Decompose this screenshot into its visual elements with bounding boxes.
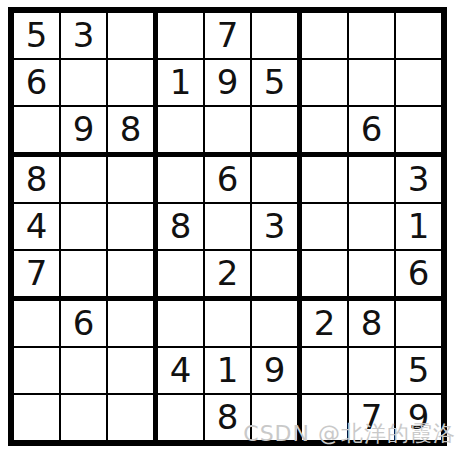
cell-r8c4[interactable]: 4 (158, 348, 205, 395)
cell-r5c7[interactable] (302, 204, 349, 251)
cell-r3c9[interactable] (396, 107, 441, 157)
cell-r3c6[interactable] (252, 107, 302, 157)
cell-r4c2[interactable] (61, 157, 108, 204)
cell-r5c2[interactable] (61, 204, 108, 251)
cell-r2c6[interactable]: 5 (252, 60, 302, 107)
cell-r1c8[interactable] (349, 13, 396, 60)
cell-r2c8[interactable] (349, 60, 396, 107)
cell-r4c6[interactable] (252, 157, 302, 204)
cell-r6c5[interactable]: 2 (205, 251, 252, 301)
cell-r5c1[interactable]: 4 (14, 204, 61, 251)
cell-r5c9[interactable]: 1 (396, 204, 441, 251)
cell-r5c4[interactable]: 8 (158, 204, 205, 251)
cell-r6c9[interactable]: 6 (396, 251, 441, 301)
cell-r6c1[interactable]: 7 (14, 251, 61, 301)
cell-r8c7[interactable] (302, 348, 349, 395)
board-row: 726 (14, 251, 441, 301)
cell-r7c3[interactable] (108, 301, 158, 348)
board-row: 4831 (14, 204, 441, 251)
cell-r3c1[interactable] (14, 107, 61, 157)
sudoku-board: 537619598686348317266284195879 (8, 7, 447, 446)
cell-r1c7[interactable] (302, 13, 349, 60)
cell-r4c7[interactable] (302, 157, 349, 204)
cell-r1c2[interactable]: 3 (61, 13, 108, 60)
cell-r4c4[interactable] (158, 157, 205, 204)
cell-r3c2[interactable]: 9 (61, 107, 108, 157)
cell-r7c8[interactable]: 8 (349, 301, 396, 348)
cell-r7c4[interactable] (158, 301, 205, 348)
cell-r6c4[interactable] (158, 251, 205, 301)
board-row: 863 (14, 157, 441, 204)
cell-r8c8[interactable] (349, 348, 396, 395)
cell-r8c6[interactable]: 9 (252, 348, 302, 395)
cell-r5c3[interactable] (108, 204, 158, 251)
cell-r3c4[interactable] (158, 107, 205, 157)
cell-r5c6[interactable]: 3 (252, 204, 302, 251)
cell-r1c6[interactable] (252, 13, 302, 60)
cell-r7c9[interactable] (396, 301, 441, 348)
board-row: 6195 (14, 60, 441, 107)
cell-r1c9[interactable] (396, 13, 441, 60)
cell-r7c7[interactable]: 2 (302, 301, 349, 348)
cell-r5c5[interactable] (205, 204, 252, 251)
cell-r4c3[interactable] (108, 157, 158, 204)
cell-r9c2[interactable] (61, 395, 108, 440)
cell-r6c6[interactable] (252, 251, 302, 301)
cell-r2c3[interactable] (108, 60, 158, 107)
cell-r6c8[interactable] (349, 251, 396, 301)
cell-r7c6[interactable] (252, 301, 302, 348)
cell-r3c3[interactable]: 8 (108, 107, 158, 157)
cell-r8c3[interactable] (108, 348, 158, 395)
cell-r4c9[interactable]: 3 (396, 157, 441, 204)
cell-r9c4[interactable] (158, 395, 205, 440)
cell-r9c3[interactable] (108, 395, 158, 440)
watermark: CSDN @北洋的霞洛 (243, 419, 456, 449)
cell-r9c1[interactable] (14, 395, 61, 440)
cell-r7c1[interactable] (14, 301, 61, 348)
cell-r1c3[interactable] (108, 13, 158, 60)
cell-r2c2[interactable] (61, 60, 108, 107)
cell-r3c7[interactable] (302, 107, 349, 157)
cell-r3c5[interactable] (205, 107, 252, 157)
cell-r4c5[interactable]: 6 (205, 157, 252, 204)
cell-r8c5[interactable]: 1 (205, 348, 252, 395)
cell-r2c7[interactable] (302, 60, 349, 107)
cell-r1c5[interactable]: 7 (205, 13, 252, 60)
cell-r7c5[interactable] (205, 301, 252, 348)
cell-r6c2[interactable] (61, 251, 108, 301)
cell-r7c2[interactable]: 6 (61, 301, 108, 348)
cell-r2c1[interactable]: 6 (14, 60, 61, 107)
board-row: 986 (14, 107, 441, 157)
cell-r4c1[interactable]: 8 (14, 157, 61, 204)
cell-r1c4[interactable] (158, 13, 205, 60)
cell-r4c8[interactable] (349, 157, 396, 204)
cell-r1c1[interactable]: 5 (14, 13, 61, 60)
board-row: 628 (14, 301, 441, 348)
cell-r8c1[interactable] (14, 348, 61, 395)
cell-r8c2[interactable] (61, 348, 108, 395)
sudoku-page: 537619598686348317266284195879 CSDN @北洋的… (0, 0, 456, 453)
cell-r5c8[interactable] (349, 204, 396, 251)
cell-r6c3[interactable] (108, 251, 158, 301)
cell-r6c7[interactable] (302, 251, 349, 301)
cell-r2c5[interactable]: 9 (205, 60, 252, 107)
board-row: 4195 (14, 348, 441, 395)
board-row: 537 (14, 13, 441, 60)
cell-r2c4[interactable]: 1 (158, 60, 205, 107)
cell-r2c9[interactable] (396, 60, 441, 107)
cell-r8c9[interactable]: 5 (396, 348, 441, 395)
cell-r3c8[interactable]: 6 (349, 107, 396, 157)
